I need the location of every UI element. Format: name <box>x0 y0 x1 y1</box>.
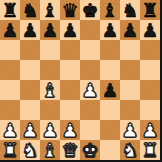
square-f6[interactable] <box>100 40 120 60</box>
black-pawn: ♟ <box>1 20 18 40</box>
square-d3[interactable] <box>60 100 80 120</box>
square-h8[interactable]: ♜ <box>140 0 160 20</box>
square-h1[interactable]: ♜ <box>140 140 160 160</box>
black-rook: ♜ <box>141 0 158 20</box>
square-f5[interactable] <box>100 60 120 80</box>
black-rook: ♜ <box>1 0 18 20</box>
white-pawn: ♟ <box>141 120 158 140</box>
black-bishop: ♝ <box>41 0 58 20</box>
white-knight: ♞ <box>21 140 38 160</box>
square-c3[interactable] <box>40 100 60 120</box>
square-g4[interactable] <box>120 80 140 100</box>
black-pawn: ♟ <box>121 20 138 40</box>
square-a3[interactable] <box>0 100 20 120</box>
square-b7[interactable]: ♟ <box>20 20 40 40</box>
square-h2[interactable]: ♟ <box>140 120 160 140</box>
square-a1[interactable]: ♜ <box>0 140 20 160</box>
chess-board: ♜♞♝♛♚♝♞♜♟♟♟♟♟♟♟♝♟♟♟♟♟♟♟♟♜♞♝♛♚♞♜ <box>0 0 160 160</box>
square-d4[interactable] <box>60 80 80 100</box>
square-h4[interactable] <box>140 80 160 100</box>
square-e3[interactable] <box>80 100 100 120</box>
square-f3[interactable] <box>100 100 120 120</box>
square-b8[interactable]: ♞ <box>20 0 40 20</box>
square-b5[interactable] <box>20 60 40 80</box>
square-f2[interactable] <box>100 120 120 140</box>
square-d5[interactable] <box>60 60 80 80</box>
square-a6[interactable] <box>0 40 20 60</box>
square-d1[interactable]: ♛ <box>60 140 80 160</box>
square-f4[interactable]: ♟ <box>100 80 120 100</box>
square-a5[interactable] <box>0 60 20 80</box>
chess-board-frame: ♜♞♝♛♚♝♞♜♟♟♟♟♟♟♟♝♟♟♟♟♟♟♟♟♜♞♝♛♚♞♜ <box>0 0 162 162</box>
square-b2[interactable]: ♟ <box>20 120 40 140</box>
black-knight: ♞ <box>121 0 138 20</box>
black-knight: ♞ <box>21 0 38 20</box>
white-knight: ♞ <box>121 140 138 160</box>
black-pawn: ♟ <box>101 80 118 100</box>
square-a8[interactable]: ♜ <box>0 0 20 20</box>
black-pawn: ♟ <box>61 20 78 40</box>
square-c8[interactable]: ♝ <box>40 0 60 20</box>
square-e6[interactable] <box>80 40 100 60</box>
white-pawn: ♟ <box>41 120 58 140</box>
white-pawn: ♟ <box>61 120 78 140</box>
square-c2[interactable]: ♟ <box>40 120 60 140</box>
square-a4[interactable] <box>0 80 20 100</box>
square-c7[interactable]: ♟ <box>40 20 60 40</box>
square-h7[interactable]: ♟ <box>140 20 160 40</box>
square-c4[interactable]: ♝ <box>40 80 60 100</box>
white-rook: ♜ <box>1 140 18 160</box>
square-g7[interactable]: ♟ <box>120 20 140 40</box>
square-c5[interactable] <box>40 60 60 80</box>
black-queen: ♛ <box>61 0 78 20</box>
square-d7[interactable]: ♟ <box>60 20 80 40</box>
black-pawn: ♟ <box>141 20 158 40</box>
white-bishop: ♝ <box>41 140 58 160</box>
square-h6[interactable] <box>140 40 160 60</box>
square-g6[interactable] <box>120 40 140 60</box>
square-a2[interactable]: ♟ <box>0 120 20 140</box>
square-e7[interactable] <box>80 20 100 40</box>
white-bishop: ♝ <box>41 80 58 100</box>
square-e2[interactable] <box>80 120 100 140</box>
square-f7[interactable]: ♟ <box>100 20 120 40</box>
square-b4[interactable] <box>20 80 40 100</box>
square-c1[interactable]: ♝ <box>40 140 60 160</box>
square-c6[interactable] <box>40 40 60 60</box>
square-g8[interactable]: ♞ <box>120 0 140 20</box>
black-bishop: ♝ <box>101 0 118 20</box>
square-g1[interactable]: ♞ <box>120 140 140 160</box>
square-b3[interactable] <box>20 100 40 120</box>
square-g5[interactable] <box>120 60 140 80</box>
white-pawn: ♟ <box>21 120 38 140</box>
black-pawn: ♟ <box>101 20 118 40</box>
square-h3[interactable] <box>140 100 160 120</box>
square-d2[interactable]: ♟ <box>60 120 80 140</box>
square-f8[interactable]: ♝ <box>100 0 120 20</box>
white-king: ♚ <box>81 140 98 160</box>
square-b6[interactable] <box>20 40 40 60</box>
white-queen: ♛ <box>61 140 78 160</box>
black-pawn: ♟ <box>41 20 58 40</box>
black-pawn: ♟ <box>21 20 38 40</box>
square-b1[interactable]: ♞ <box>20 140 40 160</box>
square-a7[interactable]: ♟ <box>0 20 20 40</box>
square-d6[interactable] <box>60 40 80 60</box>
square-e1[interactable]: ♚ <box>80 140 100 160</box>
square-g3[interactable] <box>120 100 140 120</box>
square-g2[interactable]: ♟ <box>120 120 140 140</box>
square-f1[interactable] <box>100 140 120 160</box>
square-e4[interactable]: ♟ <box>80 80 100 100</box>
white-rook: ♜ <box>141 140 158 160</box>
square-e8[interactable]: ♚ <box>80 0 100 20</box>
black-king: ♚ <box>81 0 98 20</box>
white-pawn: ♟ <box>1 120 18 140</box>
square-d8[interactable]: ♛ <box>60 0 80 20</box>
white-pawn: ♟ <box>121 120 138 140</box>
white-pawn: ♟ <box>81 80 98 100</box>
square-e5[interactable] <box>80 60 100 80</box>
square-h5[interactable] <box>140 60 160 80</box>
